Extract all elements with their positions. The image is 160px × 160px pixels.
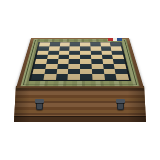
chess-box-photo	[0, 0, 160, 160]
board-square	[55, 74, 68, 80]
box-base	[14, 116, 146, 122]
chess-board	[31, 42, 129, 79]
board-square	[104, 74, 117, 80]
latch-left-icon	[36, 99, 43, 110]
photo-background	[0, 0, 160, 160]
latch-right-icon	[117, 99, 124, 110]
board-square	[43, 74, 56, 80]
board-square	[80, 74, 92, 80]
board-square	[92, 74, 105, 80]
board-frame	[29, 42, 131, 81]
box-lid	[16, 38, 144, 88]
sticker-color-dot	[117, 38, 122, 41]
board-square	[116, 74, 129, 80]
lid-green-margin	[20, 39, 139, 86]
box-body	[14, 86, 146, 122]
board-square	[68, 74, 80, 80]
sticker-label	[108, 38, 122, 41]
